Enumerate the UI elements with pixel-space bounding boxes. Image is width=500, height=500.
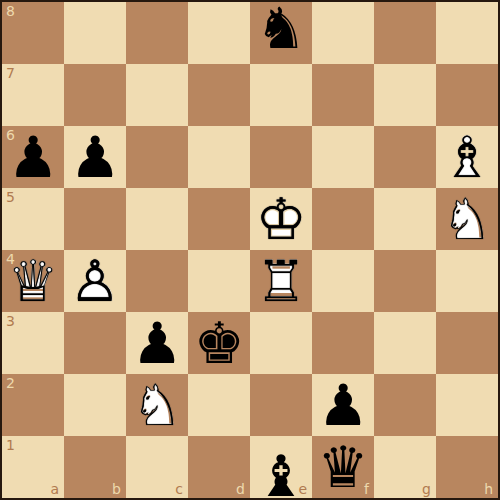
square-f3[interactable]	[312, 312, 374, 374]
black-pawn-glyph: ♟	[312, 374, 374, 436]
file-label-a: a	[50, 481, 59, 497]
square-f1[interactable]: f♛	[312, 436, 374, 498]
rank-label-8: 8	[6, 3, 15, 19]
white-king[interactable]: ♚♔	[250, 188, 312, 250]
white-pawn-glyph: ♙	[64, 250, 126, 312]
white-rook[interactable]: ♜♖	[250, 250, 312, 312]
square-e2[interactable]	[250, 374, 312, 436]
rank-label-5: 5	[6, 189, 15, 205]
file-label-h: h	[484, 481, 493, 497]
square-g1[interactable]: g	[374, 436, 436, 498]
square-b3[interactable]	[64, 312, 126, 374]
square-b4[interactable]: ♟♙	[64, 250, 126, 312]
square-g6[interactable]	[374, 126, 436, 188]
white-king-glyph: ♔	[250, 188, 312, 250]
square-c4[interactable]	[126, 250, 188, 312]
square-h6[interactable]: ♝♗	[436, 126, 498, 188]
square-f6[interactable]	[312, 126, 374, 188]
black-king-glyph: ♚	[188, 312, 250, 374]
square-c3[interactable]: ♟	[126, 312, 188, 374]
square-d1[interactable]: d	[188, 436, 250, 498]
square-a2[interactable]: 2	[2, 374, 64, 436]
white-knight[interactable]: ♞♘	[436, 188, 498, 250]
square-b2[interactable]	[64, 374, 126, 436]
black-pawn[interactable]: ♟	[126, 312, 188, 374]
rank-label-3: 3	[6, 313, 15, 329]
square-g7[interactable]	[374, 64, 436, 126]
file-label-g: g	[422, 481, 431, 497]
square-e8[interactable]: ♞	[250, 2, 312, 64]
square-c2[interactable]: ♞♘	[126, 374, 188, 436]
square-h1[interactable]: h	[436, 436, 498, 498]
black-bishop[interactable]: ♝	[250, 445, 312, 500]
file-label-c: c	[175, 481, 183, 497]
square-g2[interactable]	[374, 374, 436, 436]
square-d3[interactable]: ♚	[188, 312, 250, 374]
black-queen-glyph: ♛	[312, 436, 374, 498]
square-g3[interactable]	[374, 312, 436, 374]
square-f2[interactable]: ♟	[312, 374, 374, 436]
white-queen[interactable]: ♛♕	[2, 250, 64, 312]
black-pawn-glyph: ♟	[126, 312, 188, 374]
square-b7[interactable]	[64, 64, 126, 126]
square-a6[interactable]: 6♟	[2, 126, 64, 188]
square-a1[interactable]: 1a	[2, 436, 64, 498]
square-d5[interactable]	[188, 188, 250, 250]
square-c6[interactable]	[126, 126, 188, 188]
square-a4[interactable]: 4♛♕	[2, 250, 64, 312]
square-f4[interactable]	[312, 250, 374, 312]
square-h7[interactable]	[436, 64, 498, 126]
white-bishop[interactable]: ♝♗	[436, 126, 498, 188]
black-pawn-glyph: ♟	[2, 126, 64, 188]
square-f8[interactable]	[312, 2, 374, 64]
square-d4[interactable]	[188, 250, 250, 312]
square-b5[interactable]	[64, 188, 126, 250]
square-e3[interactable]	[250, 312, 312, 374]
square-e1[interactable]: e♝	[250, 436, 312, 498]
square-f5[interactable]	[312, 188, 374, 250]
square-d2[interactable]	[188, 374, 250, 436]
square-h3[interactable]	[436, 312, 498, 374]
square-g8[interactable]	[374, 2, 436, 64]
square-b1[interactable]: b	[64, 436, 126, 498]
chess-board-frame: 8♞76♟♟♝♗5♚♔♞♘4♛♕♟♙♜♖3♟♚2♞♘♟1abcde♝f♛gh	[0, 0, 500, 500]
black-pawn-glyph: ♟	[64, 126, 126, 188]
square-c7[interactable]	[126, 64, 188, 126]
square-e6[interactable]	[250, 126, 312, 188]
square-f7[interactable]	[312, 64, 374, 126]
white-knight[interactable]: ♞♘	[126, 374, 188, 436]
square-a3[interactable]: 3	[2, 312, 64, 374]
rank-label-2: 2	[6, 375, 15, 391]
black-pawn[interactable]: ♟	[2, 126, 64, 188]
square-a7[interactable]: 7	[2, 64, 64, 126]
rank-label-7: 7	[6, 65, 15, 81]
white-rook-glyph: ♖	[250, 250, 312, 312]
square-g4[interactable]	[374, 250, 436, 312]
square-d8[interactable]	[188, 2, 250, 64]
square-e5[interactable]: ♚♔	[250, 188, 312, 250]
square-b8[interactable]	[64, 2, 126, 64]
white-knight-glyph: ♘	[126, 374, 188, 436]
white-pawn[interactable]: ♟♙	[64, 250, 126, 312]
white-bishop-glyph: ♗	[436, 126, 498, 188]
square-g5[interactable]	[374, 188, 436, 250]
square-c1[interactable]: c	[126, 436, 188, 498]
white-knight-glyph: ♘	[436, 188, 498, 250]
square-a8[interactable]: 8	[2, 2, 64, 64]
square-e4[interactable]: ♜♖	[250, 250, 312, 312]
square-h4[interactable]	[436, 250, 498, 312]
square-e7[interactable]	[250, 64, 312, 126]
black-queen[interactable]: ♛	[312, 436, 374, 498]
file-label-d: d	[236, 481, 245, 497]
black-knight[interactable]: ♞	[250, 0, 312, 59]
square-h8[interactable]	[436, 2, 498, 64]
black-king[interactable]: ♚	[188, 312, 250, 374]
square-a5[interactable]: 5	[2, 188, 64, 250]
square-b6[interactable]: ♟	[64, 126, 126, 188]
square-h5[interactable]: ♞♘	[436, 188, 498, 250]
black-knight-glyph: ♞	[250, 0, 312, 59]
square-c5[interactable]	[126, 188, 188, 250]
square-c8[interactable]	[126, 2, 188, 64]
black-pawn[interactable]: ♟	[312, 374, 374, 436]
square-d7[interactable]	[188, 64, 250, 126]
black-pawn[interactable]: ♟	[64, 126, 126, 188]
file-label-b: b	[112, 481, 121, 497]
square-d6[interactable]	[188, 126, 250, 188]
rank-label-1: 1	[6, 437, 15, 453]
white-queen-glyph: ♕	[2, 250, 64, 312]
square-h2[interactable]	[436, 374, 498, 436]
chess-board: 8♞76♟♟♝♗5♚♔♞♘4♛♕♟♙♜♖3♟♚2♞♘♟1abcde♝f♛gh	[2, 2, 498, 498]
black-bishop-glyph: ♝	[250, 445, 312, 500]
